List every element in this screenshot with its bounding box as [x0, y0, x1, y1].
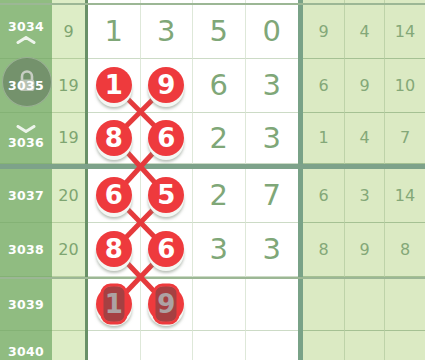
- stat-cell: 6: [303, 169, 345, 223]
- stat-cell: 9: [345, 59, 385, 113]
- digit: 0: [263, 14, 281, 48]
- period-label-cell: 3040: [0, 331, 52, 360]
- sum-value: 19: [58, 76, 78, 95]
- digit-cell: 2: [193, 113, 246, 164]
- sum-value: 19: [58, 128, 78, 147]
- period-label: 3038: [8, 242, 44, 257]
- circled-digit: 8: [105, 236, 123, 262]
- circled-digit: 6: [157, 236, 175, 262]
- digit-cell: 1: [88, 5, 141, 59]
- draw-number-circle: 1: [96, 67, 132, 103]
- digit: 2: [210, 178, 228, 212]
- stat-cell: [303, 331, 345, 360]
- stat-cell: [303, 279, 345, 331]
- stat-cell: 3: [345, 169, 385, 223]
- stat-cell: 7: [385, 113, 425, 164]
- digit-cell: 8: [88, 113, 141, 164]
- sum-value: 20: [58, 186, 78, 205]
- stat-cell: [385, 331, 425, 360]
- circled-digit: 5: [157, 182, 175, 208]
- chevron-up-icon[interactable]: [16, 36, 36, 44]
- sum-value: 20: [58, 240, 78, 259]
- stat-cell: [385, 279, 425, 331]
- stat-cell: 9: [303, 5, 345, 59]
- period-row: 30372065276314: [0, 169, 425, 223]
- stat-value: 9: [359, 76, 369, 95]
- stat-value: 9: [318, 22, 328, 41]
- edge-cell: [246, 0, 299, 3]
- digit: 3: [263, 232, 281, 266]
- stat-value: 7: [400, 128, 410, 147]
- stat-value: 14: [395, 186, 415, 205]
- digit-cell: 3: [246, 223, 299, 277]
- stat-cell: [345, 331, 385, 360]
- period-row: 303919: [0, 279, 425, 331]
- stat-value: 8: [318, 240, 328, 259]
- edge-cell: [193, 0, 246, 3]
- digit-cell: 7: [246, 169, 299, 223]
- trend-chart-board: 3034913509414303519196369103036198623147…: [0, 0, 425, 360]
- digit-cell: 9: [141, 279, 194, 331]
- draw-number-circle: 6: [148, 231, 184, 267]
- digit-cell: 1: [88, 279, 141, 331]
- stat-value: 10: [395, 76, 415, 95]
- period-label-cell: 3036: [0, 113, 52, 164]
- digit: 3: [210, 232, 228, 266]
- digit: 3: [157, 14, 175, 48]
- sum-cell: 9: [52, 5, 85, 59]
- sum-cell: 19: [52, 59, 85, 113]
- circled-digit: 6: [105, 182, 123, 208]
- digit-cell: 6: [193, 59, 246, 113]
- stat-value: 1: [318, 128, 328, 147]
- digit-cell: 0: [246, 5, 299, 59]
- circled-digit: 1: [105, 72, 123, 98]
- stat-cell: 4: [345, 5, 385, 59]
- draw-number-circle: 9: [148, 67, 184, 103]
- edge-cell: [385, 0, 425, 3]
- period-label: 3036: [8, 135, 44, 150]
- edge-cell: [141, 0, 194, 3]
- period-label: 3034: [8, 19, 44, 34]
- period-row: 3038208633898: [0, 223, 425, 277]
- stat-value: 3: [359, 186, 369, 205]
- stat-value: 6: [318, 76, 328, 95]
- stat-cell: 9: [345, 223, 385, 277]
- digit-cell: 8: [88, 223, 141, 277]
- digit-cell: 3: [193, 223, 246, 277]
- stat-cell: 1: [303, 113, 345, 164]
- sum-cell: [52, 279, 85, 331]
- digit: 3: [263, 68, 281, 102]
- digit-cell: [193, 331, 246, 360]
- stat-cell: 14: [385, 5, 425, 59]
- stat-cell: 14: [385, 169, 425, 223]
- stat-cell: 8: [385, 223, 425, 277]
- digit-cell: 1: [88, 59, 141, 113]
- period-label-cell: 3037: [0, 169, 52, 223]
- period-row: 30351919636910: [0, 59, 425, 113]
- period-row: 3034913509414: [0, 5, 425, 59]
- edge-cell: [52, 0, 85, 3]
- stat-cell: [345, 279, 385, 331]
- period-label-cell: 3034: [0, 5, 52, 59]
- period-row: 3036198623147: [0, 113, 425, 164]
- digit-cell: [246, 279, 299, 331]
- stat-cell: 8: [303, 223, 345, 277]
- digit-cell: 5: [141, 169, 194, 223]
- digit: 7: [263, 178, 281, 212]
- digit-cell: [88, 331, 141, 360]
- digit-cell: 6: [141, 223, 194, 277]
- digit-cell: 6: [88, 169, 141, 223]
- sum-cell: [52, 331, 85, 360]
- draw-number-circle: 6: [148, 120, 184, 156]
- digit: 2: [210, 121, 228, 155]
- digit-cell: 5: [193, 5, 246, 59]
- digit-cell: [193, 279, 246, 331]
- circled-digit: 6: [157, 125, 175, 151]
- chevron-down-icon[interactable]: [16, 125, 36, 133]
- digit-cell: 2: [193, 169, 246, 223]
- stat-cell: 6: [303, 59, 345, 113]
- draw-number-circle: 6: [96, 177, 132, 213]
- edge-cell: [345, 0, 385, 3]
- digit-cell: 3: [246, 113, 299, 164]
- sum-cell: 20: [52, 169, 85, 223]
- period-label: 3040: [8, 344, 44, 359]
- period-label: 3039: [8, 297, 44, 312]
- digit-cell: [246, 331, 299, 360]
- stat-value: 4: [359, 22, 369, 41]
- digit: 3: [263, 121, 281, 155]
- stat-value: 9: [359, 240, 369, 259]
- draw-number-circle: 8: [96, 231, 132, 267]
- stat-value: 14: [395, 22, 415, 41]
- period-row: 3040: [0, 331, 425, 360]
- edge-cell: [303, 0, 345, 3]
- digit-cell: 9: [141, 59, 194, 113]
- edge-cell: [88, 0, 141, 3]
- stat-cell: 4: [345, 113, 385, 164]
- draw-number-circle: 5: [148, 177, 184, 213]
- digit: 6: [210, 68, 228, 102]
- stat-cell: 10: [385, 59, 425, 113]
- digit-cell: 3: [141, 5, 194, 59]
- previous-row-edge: [0, 0, 425, 3]
- digit-cell: 3: [246, 59, 299, 113]
- period-label-cell: 3039: [0, 279, 52, 331]
- period-label-cell: 3038: [0, 223, 52, 277]
- circled-digit: 9: [157, 72, 175, 98]
- digit: 1: [105, 14, 123, 48]
- selected-number-overlay[interactable]: [153, 284, 180, 325]
- stat-value: 6: [318, 186, 328, 205]
- digit-cell: 6: [141, 113, 194, 164]
- draw-number-circle: 8: [96, 120, 132, 156]
- stat-value: 8: [400, 240, 410, 259]
- sum-cell: 20: [52, 223, 85, 277]
- digit: 5: [210, 14, 228, 48]
- circled-digit: 8: [105, 125, 123, 151]
- period-label: 3037: [8, 188, 44, 203]
- sum-cell: 19: [52, 113, 85, 164]
- edge-cell: [0, 0, 52, 3]
- stat-value: 4: [359, 128, 369, 147]
- sum-value: 9: [63, 22, 73, 41]
- digit-cell: [141, 331, 194, 360]
- period-label: 3035: [8, 78, 44, 93]
- selected-number-overlay[interactable]: [100, 284, 127, 325]
